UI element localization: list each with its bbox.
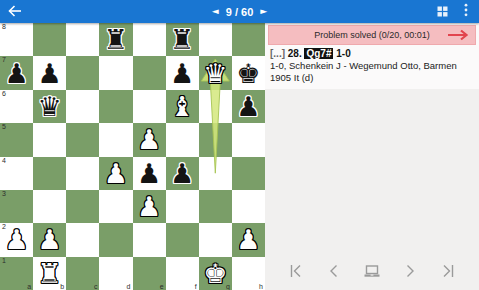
square-b6[interactable]: ♛ — [33, 90, 66, 123]
square-b7[interactable]: ♟ — [33, 56, 66, 89]
square-g6[interactable] — [199, 90, 232, 123]
square-e2[interactable] — [133, 223, 166, 256]
collapsed-moves[interactable]: [...] — [270, 48, 285, 59]
square-b3[interactable] — [33, 190, 66, 223]
file-label-h: h — [259, 283, 263, 290]
file-label-g: g — [226, 283, 230, 290]
square-c5[interactable] — [66, 123, 99, 156]
rank-label-7: 7 — [2, 56, 6, 63]
side-panel: Problem solved (0/20, 00:01) [...] 28. Q… — [265, 23, 479, 290]
panel-top-section: Problem solved (0/20, 00:01) [...] 28. Q… — [265, 23, 479, 89]
next-move-button[interactable] — [397, 258, 423, 284]
piece-black-pawn: ♟ — [232, 90, 265, 123]
square-b5[interactable] — [33, 123, 66, 156]
game-result: 1-0 — [336, 48, 350, 59]
square-c3[interactable] — [66, 190, 99, 223]
problem-solved-banner: Problem solved (0/20, 00:01) — [268, 25, 476, 45]
square-f1[interactable]: f — [166, 257, 199, 290]
current-move[interactable]: Qg7# — [304, 48, 333, 59]
square-f3[interactable] — [166, 190, 199, 223]
square-f4[interactable]: ♟ — [166, 157, 199, 190]
piece-white-pawn: ♟ — [133, 123, 166, 156]
square-e6[interactable] — [133, 90, 166, 123]
piece-white-pawn: ♟ — [133, 190, 166, 223]
top-bar: ◄ 9 / 60 ► — [0, 0, 479, 23]
move-number: 28. — [288, 48, 302, 59]
square-h7[interactable]: ♚ — [232, 56, 265, 89]
square-e1[interactable]: e — [133, 257, 166, 290]
square-g1[interactable]: g♚ — [199, 257, 232, 290]
square-e8[interactable] — [133, 23, 166, 56]
square-b1[interactable]: b♜ — [33, 257, 66, 290]
chevron-left-icon — [326, 263, 342, 279]
previous-puzzle-icon[interactable]: ◄ — [212, 0, 219, 23]
square-e4[interactable]: ♟ — [133, 157, 166, 190]
computer-board-button[interactable] — [359, 258, 385, 284]
square-c4[interactable] — [66, 157, 99, 190]
rank-label-4: 4 — [2, 157, 6, 164]
previous-move-button[interactable] — [321, 258, 347, 284]
square-d6[interactable] — [99, 90, 132, 123]
square-d1[interactable]: d — [99, 257, 132, 290]
piece-black-rook: ♜ — [166, 23, 199, 56]
file-label-f: f — [195, 283, 197, 290]
next-problem-button[interactable] — [447, 30, 469, 41]
square-c6[interactable] — [66, 90, 99, 123]
square-c2[interactable] — [66, 223, 99, 256]
square-g7[interactable]: ♛ — [199, 56, 232, 89]
piece-white-bishop: ♝ — [166, 90, 199, 123]
square-b8[interactable] — [33, 23, 66, 56]
rank-label-1: 1 — [2, 257, 6, 264]
arrow-right-icon — [447, 30, 469, 41]
square-g3[interactable] — [199, 190, 232, 223]
arrow-left-icon — [8, 3, 22, 21]
square-e7[interactable] — [133, 56, 166, 89]
piece-black-pawn: ♟ — [33, 56, 66, 89]
square-d7[interactable] — [99, 56, 132, 89]
square-d8[interactable]: ♜ — [99, 23, 132, 56]
square-h4[interactable] — [232, 157, 265, 190]
piece-black-pawn: ♟ — [166, 157, 199, 190]
square-e5[interactable]: ♟ — [133, 123, 166, 156]
square-a1[interactable]: 1a — [0, 257, 33, 290]
square-a2[interactable]: 2♟ — [0, 223, 33, 256]
square-a8[interactable]: 8 — [0, 23, 33, 56]
rank-label-8: 8 — [2, 23, 6, 30]
move-navigation-bar — [265, 252, 479, 290]
square-h2[interactable]: ♟ — [232, 223, 265, 256]
last-move-button[interactable] — [435, 258, 461, 284]
piece-white-queen: ♛ — [199, 56, 232, 89]
chess-board-area: 8♜♜7♟♟♟♛♚6♛♝♟5♟4♟♟♟3♟2♟♟♟1ab♜cdefg♚h — [0, 23, 265, 290]
puzzle-counter: ◄ 9 / 60 ► — [212, 0, 267, 23]
square-g8[interactable] — [199, 23, 232, 56]
square-f2[interactable] — [166, 223, 199, 256]
piece-black-pawn: ♟ — [166, 56, 199, 89]
file-label-d: d — [127, 283, 131, 290]
square-b2[interactable]: ♟ — [33, 223, 66, 256]
square-c1[interactable]: c — [66, 257, 99, 290]
rank-label-5: 5 — [2, 123, 6, 130]
square-h8[interactable] — [232, 23, 265, 56]
computer-icon — [363, 263, 381, 279]
piece-black-king: ♚ — [232, 56, 265, 89]
file-label-e: e — [160, 283, 164, 290]
square-e3[interactable]: ♟ — [133, 190, 166, 223]
piece-black-queen: ♛ — [33, 90, 66, 123]
square-g2[interactable] — [199, 223, 232, 256]
overflow-menu-button[interactable] — [457, 0, 475, 23]
panel-spacer — [265, 89, 479, 252]
first-move-button[interactable] — [283, 258, 309, 284]
rank-label-6: 6 — [2, 90, 6, 97]
chevron-right-icon — [402, 263, 418, 279]
square-g5[interactable] — [199, 123, 232, 156]
square-d5[interactable] — [99, 123, 132, 156]
square-h6[interactable]: ♟ — [232, 90, 265, 123]
rank-label-2: 2 — [2, 223, 6, 230]
rank-label-3: 3 — [2, 190, 6, 197]
square-a4[interactable]: 4 — [0, 157, 33, 190]
square-h3[interactable] — [232, 190, 265, 223]
piece-black-rook: ♜ — [99, 23, 132, 56]
board: 8♜♜7♟♟♟♛♚6♛♝♟5♟4♟♟♟3♟2♟♟♟1ab♜cdefg♚h — [0, 23, 265, 290]
piece-black-pawn: ♟ — [133, 157, 166, 190]
skip-to-end-icon — [440, 263, 456, 279]
file-label-b: b — [60, 283, 64, 290]
square-f6[interactable]: ♝ — [166, 90, 199, 123]
square-a3[interactable]: 3 — [0, 190, 33, 223]
square-d2[interactable] — [99, 223, 132, 256]
piece-white-pawn: ♟ — [232, 223, 265, 256]
square-f8[interactable]: ♜ — [166, 23, 199, 56]
problem-solved-text: Problem solved (0/20, 00:01) — [314, 30, 430, 40]
square-a7[interactable]: 7♟ — [0, 56, 33, 89]
kebab-menu-icon — [464, 3, 468, 21]
square-d4[interactable]: ♟ — [99, 157, 132, 190]
square-a5[interactable]: 5 — [0, 123, 33, 156]
square-d3[interactable] — [99, 190, 132, 223]
piece-white-pawn: ♟ — [33, 223, 66, 256]
square-h5[interactable] — [232, 123, 265, 156]
file-label-c: c — [94, 283, 98, 290]
square-c8[interactable] — [66, 23, 99, 56]
game-info-line: 1-0, Schenkein J - Wegemund Otto, Barmen… — [268, 60, 476, 84]
square-f7[interactable]: ♟ — [166, 56, 199, 89]
square-f5[interactable] — [166, 123, 199, 156]
file-label-a: a — [27, 283, 31, 290]
square-h1[interactable]: h — [232, 257, 265, 290]
move-notation-line: [...] 28. Qg7# 1-0 — [268, 48, 476, 60]
square-a6[interactable]: 6 — [0, 90, 33, 123]
square-c7[interactable] — [66, 56, 99, 89]
puzzle-grid-button[interactable] — [433, 0, 451, 23]
square-g4[interactable] — [199, 157, 232, 190]
square-b4[interactable] — [33, 157, 66, 190]
grid-icon — [437, 3, 448, 21]
back-button[interactable] — [0, 0, 30, 23]
next-puzzle-icon[interactable]: ► — [260, 0, 267, 23]
skip-to-start-icon — [288, 263, 304, 279]
puzzle-counter-label: 9 / 60 — [226, 6, 254, 18]
piece-white-pawn: ♟ — [99, 157, 132, 190]
